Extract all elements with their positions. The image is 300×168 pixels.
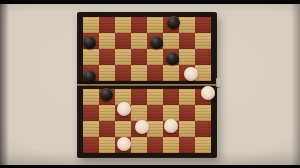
checker-piece-black[interactable] (166, 52, 179, 65)
letterbox-bottom-bar (0, 165, 300, 168)
board-clasp (216, 78, 220, 87)
board-square[interactable] (195, 121, 211, 137)
checker-piece-white[interactable] (135, 120, 149, 134)
letterbox-top-bar (0, 0, 300, 4)
board-square (147, 121, 163, 137)
checker-piece-black[interactable] (100, 88, 113, 101)
board-square (99, 105, 115, 121)
board-square (163, 33, 179, 49)
board-square (83, 49, 99, 65)
board-square (163, 137, 179, 153)
board-square[interactable] (131, 17, 147, 33)
checker-piece-white[interactable] (201, 86, 215, 100)
board-square[interactable] (99, 121, 115, 137)
board-square[interactable] (179, 105, 195, 121)
board-square (179, 49, 195, 65)
board-square (131, 105, 147, 121)
board-square (99, 137, 115, 153)
board-hinge-seam (77, 81, 217, 89)
board-square[interactable] (83, 105, 99, 121)
board-square[interactable] (179, 33, 195, 49)
board-square (131, 137, 147, 153)
checkers-board (77, 12, 217, 158)
board-square (179, 89, 195, 105)
board-square (147, 89, 163, 105)
board-square[interactable] (115, 33, 131, 49)
board-square[interactable] (131, 89, 147, 105)
checker-piece-black[interactable] (150, 36, 163, 49)
board-square (83, 89, 99, 105)
board-square[interactable] (99, 49, 115, 65)
board-square (115, 49, 131, 65)
board-square[interactable] (83, 137, 99, 153)
checker-piece-white[interactable] (117, 102, 131, 116)
board-square (131, 33, 147, 49)
checker-piece-black[interactable] (167, 16, 180, 29)
board-square (195, 137, 211, 153)
board-square (83, 121, 99, 137)
board-square[interactable] (147, 105, 163, 121)
board-square (195, 105, 211, 121)
board-square (179, 121, 195, 137)
board-square[interactable] (147, 65, 163, 81)
board-square (163, 65, 179, 81)
board-square (115, 121, 131, 137)
checker-piece-white[interactable] (117, 137, 131, 151)
board-square (195, 33, 211, 49)
checker-piece-black[interactable] (83, 36, 96, 49)
board-square[interactable] (179, 137, 195, 153)
board-square (147, 49, 163, 65)
board-square (99, 65, 115, 81)
board-square[interactable] (195, 49, 211, 65)
board-square[interactable] (163, 89, 179, 105)
checker-piece-white[interactable] (184, 67, 198, 81)
board-square (99, 33, 115, 49)
board-square (147, 17, 163, 33)
board-square (179, 17, 195, 33)
board-square[interactable] (195, 17, 211, 33)
photo-background (0, 0, 300, 168)
board-square[interactable] (147, 137, 163, 153)
checker-piece-white[interactable] (164, 119, 178, 133)
board-square[interactable] (115, 65, 131, 81)
board-square[interactable] (131, 49, 147, 65)
board-square[interactable] (99, 17, 115, 33)
board-square (131, 65, 147, 81)
board-square (115, 17, 131, 33)
board-square (83, 17, 99, 33)
checker-piece-black[interactable] (83, 70, 96, 83)
